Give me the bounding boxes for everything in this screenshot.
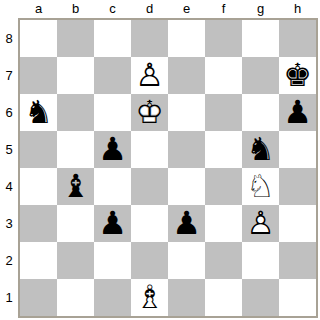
black-bishop-icon: ♝: [57, 168, 94, 205]
black-king-icon: ♚: [279, 57, 316, 94]
square-f2[interactable]: [205, 242, 242, 279]
square-d4[interactable]: [131, 168, 168, 205]
square-e7[interactable]: [168, 57, 205, 94]
black-bishop: ♝: [57, 168, 94, 205]
square-f6[interactable]: [205, 94, 242, 131]
white-pawn: ♟♙: [131, 57, 168, 94]
rank-labels: 87654321: [0, 20, 18, 316]
square-e6[interactable]: [168, 94, 205, 131]
square-h6[interactable]: ♟: [279, 94, 316, 131]
rank-label-5: 5: [0, 131, 18, 168]
square-f1[interactable]: [205, 279, 242, 316]
black-knight: ♞: [20, 94, 57, 131]
square-a2[interactable]: [20, 242, 57, 279]
square-e1[interactable]: [168, 279, 205, 316]
square-b6[interactable]: [57, 94, 94, 131]
square-b4[interactable]: ♝: [57, 168, 94, 205]
square-a5[interactable]: [20, 131, 57, 168]
square-c1[interactable]: [94, 279, 131, 316]
square-g3[interactable]: ♟♙: [242, 205, 279, 242]
black-king: ♚: [279, 57, 316, 94]
white-bishop-icon: ♗: [131, 279, 168, 316]
rank-label-2: 2: [0, 242, 18, 279]
black-pawn: ♟: [94, 205, 131, 242]
square-c4[interactable]: [94, 168, 131, 205]
file-label-h: h: [279, 0, 316, 18]
square-a1[interactable]: [20, 279, 57, 316]
rank-label-1: 1: [0, 279, 18, 316]
square-e5[interactable]: [168, 131, 205, 168]
file-label-a: a: [20, 0, 57, 18]
square-c7[interactable]: [94, 57, 131, 94]
black-pawn: ♟: [168, 205, 205, 242]
chess-diagram: abcdefgh 87654321 ♟♙♚♞♚♔♟♟♞♝♞♘♟♟♟♙♝♗: [0, 0, 320, 320]
square-g2[interactable]: [242, 242, 279, 279]
square-g8[interactable]: [242, 20, 279, 57]
white-king: ♚♔: [131, 94, 168, 131]
square-g1[interactable]: [242, 279, 279, 316]
square-c5[interactable]: ♟: [94, 131, 131, 168]
square-d8[interactable]: [131, 20, 168, 57]
square-h8[interactable]: [279, 20, 316, 57]
square-a4[interactable]: [20, 168, 57, 205]
black-knight-icon: ♞: [242, 131, 279, 168]
square-d2[interactable]: [131, 242, 168, 279]
square-d5[interactable]: [131, 131, 168, 168]
white-bishop: ♝♗: [131, 279, 168, 316]
rank-label-3: 3: [0, 205, 18, 242]
square-g4[interactable]: ♞♘: [242, 168, 279, 205]
file-label-c: c: [94, 0, 131, 18]
square-c2[interactable]: [94, 242, 131, 279]
rank-label-4: 4: [0, 168, 18, 205]
black-knight: ♞: [242, 131, 279, 168]
square-c3[interactable]: ♟: [94, 205, 131, 242]
square-b7[interactable]: [57, 57, 94, 94]
white-knight: ♞♘: [242, 168, 279, 205]
square-a7[interactable]: [20, 57, 57, 94]
square-e2[interactable]: [168, 242, 205, 279]
square-f3[interactable]: [205, 205, 242, 242]
file-label-b: b: [57, 0, 94, 18]
square-d3[interactable]: [131, 205, 168, 242]
file-label-g: g: [242, 0, 279, 18]
square-g6[interactable]: [242, 94, 279, 131]
square-d1[interactable]: ♝♗: [131, 279, 168, 316]
white-pawn-icon: ♙: [242, 205, 279, 242]
square-h7[interactable]: ♚: [279, 57, 316, 94]
file-label-e: e: [168, 0, 205, 18]
black-pawn-icon: ♟: [168, 205, 205, 242]
square-f4[interactable]: [205, 168, 242, 205]
square-a6[interactable]: ♞: [20, 94, 57, 131]
square-g7[interactable]: [242, 57, 279, 94]
white-knight-icon: ♘: [242, 168, 279, 205]
black-pawn-icon: ♟: [279, 94, 316, 131]
square-h1[interactable]: [279, 279, 316, 316]
square-h4[interactable]: [279, 168, 316, 205]
file-labels: abcdefgh: [20, 0, 316, 18]
square-g5[interactable]: ♞: [242, 131, 279, 168]
square-f8[interactable]: [205, 20, 242, 57]
black-pawn-icon: ♟: [94, 131, 131, 168]
square-b5[interactable]: [57, 131, 94, 168]
square-h5[interactable]: [279, 131, 316, 168]
white-pawn-icon: ♙: [131, 57, 168, 94]
rank-label-8: 8: [0, 20, 18, 57]
rank-label-6: 6: [0, 94, 18, 131]
square-b2[interactable]: [57, 242, 94, 279]
square-b1[interactable]: [57, 279, 94, 316]
file-label-d: d: [131, 0, 168, 18]
square-a3[interactable]: [20, 205, 57, 242]
square-f7[interactable]: [205, 57, 242, 94]
square-d7[interactable]: ♟♙: [131, 57, 168, 94]
black-pawn: ♟: [94, 131, 131, 168]
black-pawn: ♟: [279, 94, 316, 131]
file-label-f: f: [205, 0, 242, 18]
square-f5[interactable]: [205, 131, 242, 168]
chess-board: ♟♙♚♞♚♔♟♟♞♝♞♘♟♟♟♙♝♗: [18, 18, 318, 318]
black-knight-icon: ♞: [20, 94, 57, 131]
square-e4[interactable]: [168, 168, 205, 205]
square-b3[interactable]: [57, 205, 94, 242]
white-king-icon: ♔: [131, 94, 168, 131]
square-c8[interactable]: [94, 20, 131, 57]
square-h3[interactable]: [279, 205, 316, 242]
square-h2[interactable]: [279, 242, 316, 279]
square-c6[interactable]: [94, 94, 131, 131]
square-e3[interactable]: ♟: [168, 205, 205, 242]
rank-label-7: 7: [0, 57, 18, 94]
black-pawn-icon: ♟: [94, 205, 131, 242]
square-e8[interactable]: [168, 20, 205, 57]
square-d6[interactable]: ♚♔: [131, 94, 168, 131]
square-b8[interactable]: [57, 20, 94, 57]
square-a8[interactable]: [20, 20, 57, 57]
white-pawn: ♟♙: [242, 205, 279, 242]
